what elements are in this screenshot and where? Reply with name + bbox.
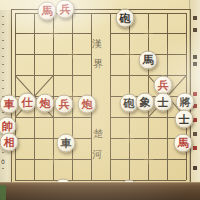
edge-mark [193, 55, 197, 59]
edge-mark [193, 16, 197, 20]
piece-glyph: 士 [158, 93, 169, 110]
point-marker [125, 50, 134, 59]
ruler-tick [2, 48, 4, 49]
edge-mark [193, 62, 197, 66]
table-edge [0, 182, 200, 200]
ruler-tick [2, 40, 4, 41]
piece-glyph: 相 [4, 134, 15, 151]
piece-black-cannon[interactable]: 砲 [116, 9, 135, 28]
piece-black-advisor[interactable]: 士 [175, 110, 194, 129]
piece-black-elephant[interactable]: 象 [136, 92, 155, 111]
piece-glyph: 仕 [22, 93, 33, 110]
board-photo: 0 漢 界 楚 河 馬兵砲馬兵車仕炮兵炮砲象士將帥士相車馬兵卒 [0, 0, 200, 200]
green-object [0, 185, 6, 200]
piece-glyph: 兵 [158, 76, 169, 93]
piece-glyph: 車 [4, 95, 15, 112]
piece-glyph: 將 [180, 93, 191, 110]
table-edge-highlight [0, 182, 200, 183]
piece-red-advisor[interactable]: 仕 [18, 92, 37, 111]
ruler-tick [2, 72, 4, 73]
piece-glyph: 馬 [42, 3, 53, 20]
piece-red-cannon[interactable]: 炮 [36, 93, 55, 112]
point-marker [144, 155, 153, 164]
piece-red-chariot[interactable]: 車 [0, 94, 19, 113]
piece-glyph: 馬 [178, 135, 189, 152]
ruler-tick [2, 152, 4, 153]
piece-red-horse[interactable]: 馬 [38, 2, 57, 21]
grid-line [15, 138, 91, 139]
piece-glyph: 兵 [60, 1, 71, 18]
edge-mark [193, 28, 197, 32]
piece-glyph: 車 [61, 135, 72, 152]
piece-red-elephant[interactable]: 相 [0, 133, 19, 152]
piece-glyph: 砲 [120, 10, 131, 27]
ruler-tick [2, 168, 4, 169]
ruler-tick [2, 88, 4, 89]
ruler-tick [2, 64, 4, 65]
river-text-chu: 楚 [93, 127, 103, 141]
edge-mark [193, 132, 197, 136]
point-marker [125, 134, 134, 143]
edge-mark [193, 166, 197, 170]
grid-line [15, 54, 91, 55]
piece-glyph: 炮 [82, 95, 93, 112]
point-marker [49, 155, 58, 164]
point-marker [144, 29, 153, 38]
point-marker [68, 50, 77, 59]
point-marker [49, 29, 58, 38]
ruler-tick [2, 56, 4, 57]
edge-mark [193, 146, 197, 150]
ruler-tick [2, 160, 4, 161]
grid-line [15, 180, 186, 181]
piece-glyph: 象 [140, 93, 151, 110]
ruler-tick [2, 24, 4, 25]
river-text-han: 漢 [92, 37, 102, 51]
piece-black-horse[interactable]: 馬 [139, 50, 158, 69]
ruler-tick [2, 16, 4, 17]
ruler-tick [2, 80, 4, 81]
ruler-tick [2, 32, 4, 33]
river-text-he: 河 [92, 148, 102, 162]
piece-glyph: 炮 [40, 94, 51, 111]
piece-glyph: 馬 [143, 51, 154, 68]
river-text-jie: 界 [93, 57, 103, 71]
piece-black-chariot[interactable]: 車 [57, 134, 76, 153]
piece-glyph: 砲 [124, 94, 135, 111]
edge-mark [193, 118, 197, 122]
piece-glyph: 兵 [59, 95, 70, 112]
piece-red-soldier[interactable]: 兵 [55, 94, 74, 113]
piece-black-king[interactable]: 將 [176, 92, 195, 111]
edge-mark [193, 92, 197, 96]
piece-red-soldier[interactable]: 兵 [56, 0, 75, 19]
ruler-tick [2, 112, 4, 113]
piece-glyph: 士 [179, 111, 190, 128]
piece-black-advisor[interactable]: 士 [154, 92, 173, 111]
piece-red-horse[interactable]: 馬 [174, 134, 193, 153]
piece-red-cannon[interactable]: 炮 [78, 94, 97, 113]
